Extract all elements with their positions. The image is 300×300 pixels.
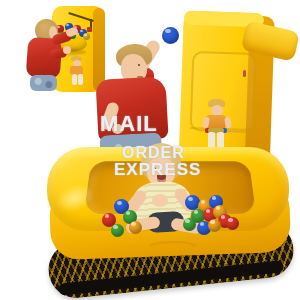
ball: [111, 224, 124, 237]
tower-valve: [243, 70, 246, 77]
inset-child-hand-low: [63, 46, 71, 54]
ball: [129, 221, 142, 234]
ball: [83, 33, 90, 40]
inset-tower-side: [93, 8, 105, 91]
ball: [183, 218, 196, 231]
watermark-line-1: MAIL: [100, 111, 158, 137]
product-photo: MAIL ORDER EXPRESS: [0, 0, 300, 300]
watermark-line-3: EXPRESS: [114, 160, 201, 180]
ball: [226, 217, 239, 230]
inset-character-leg-left: [72, 74, 77, 85]
ball: [208, 219, 221, 232]
inset-child-shorts: [30, 75, 57, 91]
toddler-hands: [152, 194, 168, 207]
boy-held-ball: [162, 27, 179, 44]
inset-crane-hook: [87, 27, 92, 32]
boy-eye: [138, 64, 140, 66]
inset-character-leg-right: [78, 74, 83, 85]
pool-front-crease: [150, 241, 196, 250]
